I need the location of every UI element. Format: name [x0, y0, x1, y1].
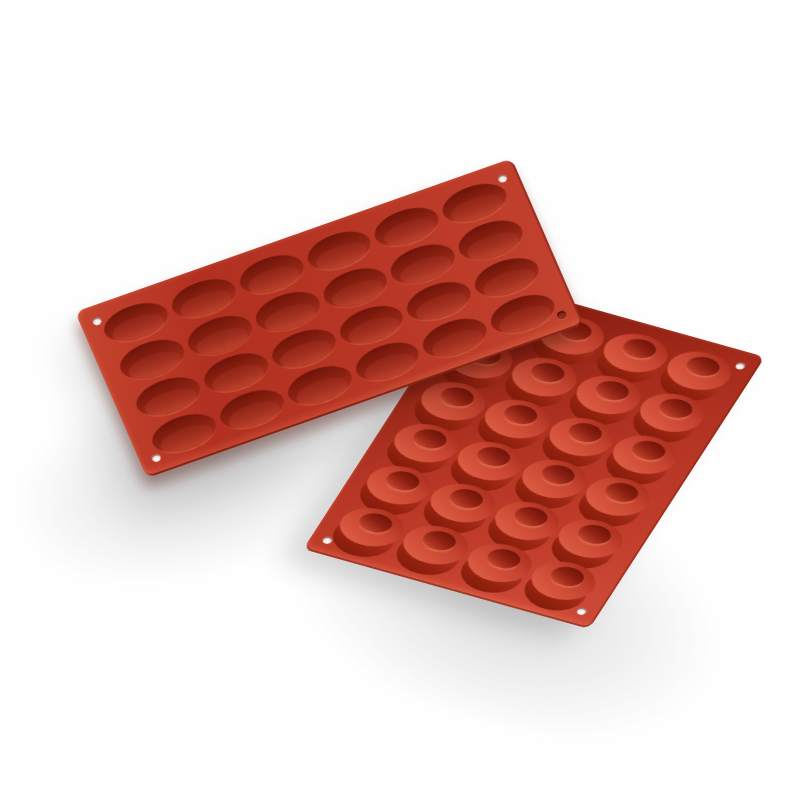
bump-dimple: [483, 545, 525, 571]
bump-dimple: [682, 353, 724, 379]
bump-dimple: [437, 384, 479, 410]
bump-dimple: [591, 377, 633, 403]
bump-dimple: [382, 468, 424, 494]
bump-dimple: [419, 528, 461, 554]
bump-dimple: [355, 510, 397, 536]
bump-dimple: [528, 360, 570, 386]
product-photo: [0, 0, 800, 800]
bump-dimple: [446, 486, 488, 512]
bump-dimple: [473, 444, 515, 470]
bump-dimple: [655, 395, 697, 421]
bump-dimple: [628, 437, 670, 463]
bump-dimple: [618, 335, 660, 361]
bump-dimple: [500, 402, 542, 428]
bump-dimple: [564, 419, 606, 445]
bump-dimple: [409, 426, 451, 452]
bump-dimple: [537, 461, 579, 487]
bump-dimple: [601, 479, 643, 505]
bump-dimple: [510, 503, 552, 529]
bump-dimple: [574, 521, 616, 547]
bump-dimple: [547, 563, 589, 589]
